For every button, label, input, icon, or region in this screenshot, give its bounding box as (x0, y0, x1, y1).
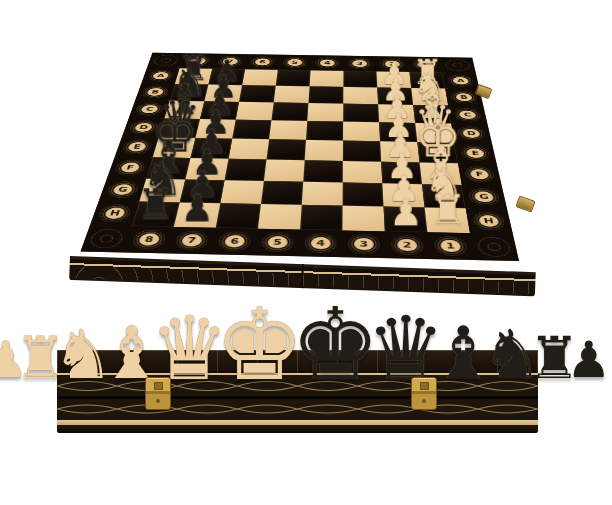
square-d4 (306, 121, 343, 141)
corner-ornament (160, 58, 171, 63)
square-h5 (258, 204, 302, 230)
square-b4 (308, 86, 343, 103)
square-f4 (303, 160, 343, 182)
coordinate-medallion: 2 (397, 239, 418, 252)
frame-medallion-3: 3 (343, 56, 376, 72)
coordinate-medallion: 6 (224, 235, 246, 248)
square-g5 (261, 181, 303, 205)
frame-medallion-7: 7 (167, 227, 215, 254)
coordinate-medallion: 7 (181, 234, 203, 247)
frame-medallion-5: 5 (255, 229, 301, 256)
coordinate-medallion: G (112, 184, 134, 195)
coordinate-medallion: 1 (440, 240, 462, 253)
corner-ornament (99, 234, 114, 242)
square-e3 (343, 141, 381, 162)
square-f5 (264, 160, 305, 182)
square-d6 (232, 120, 271, 140)
square-h4 (300, 205, 342, 231)
coordinate-medallion: H (478, 215, 500, 227)
square-c3 (343, 104, 379, 123)
frame-corner (470, 233, 519, 261)
frame-medallion-G: G (462, 185, 507, 209)
square-b3 (343, 87, 378, 104)
coordinate-medallion: A (452, 77, 469, 85)
square-d5 (269, 120, 307, 140)
square-e6 (228, 139, 269, 160)
open-board-scene: 87654321A♜♟♟♜AB♞♟♟♞BC♝♟♟♝CD♛♟♟♛DE♚♟♟♚EF♝… (0, 0, 612, 285)
square-e4 (305, 140, 343, 161)
square-a5 (276, 70, 311, 86)
coordinate-medallion: 6 (255, 58, 271, 65)
brass-hinge-lower (515, 195, 535, 212)
square-b6 (239, 85, 276, 102)
square-a6 (242, 69, 278, 85)
piece-black-rook: ♜ (136, 184, 174, 227)
chess-board: 87654321A♜♟♟♜AB♞♟♟♞BC♝♟♟♝CD♛♟♟♛DE♚♟♟♚EF♝… (81, 53, 519, 261)
brass-latch-right (411, 377, 437, 410)
square-e5 (267, 139, 306, 160)
frame-medallion-6: 6 (211, 228, 258, 255)
frame-medallion-4: 4 (311, 55, 344, 71)
coordinate-medallion: 5 (287, 59, 303, 66)
coordinate-medallion: H (104, 207, 127, 219)
coordinate-medallion: E (127, 142, 147, 152)
piece-lineup-row: ♟♜♞♝♛♚♚♛♝♞♜♟ (57, 284, 538, 375)
piece-white-pawn: ♟ (389, 194, 423, 231)
square-h1: ♜ (425, 207, 470, 233)
corner-ornament (452, 63, 463, 68)
frame-medallion-4: 4 (298, 230, 342, 258)
brass-latch-left (145, 377, 171, 410)
square-c6 (236, 102, 274, 120)
piece-white-rook: ♜ (428, 189, 467, 232)
box-bottom-edge (57, 425, 538, 433)
square-g3 (343, 183, 384, 207)
coordinate-medallion: B (455, 93, 472, 101)
coordinate-medallion: 4 (311, 237, 331, 250)
square-h8: ♜ (132, 202, 180, 227)
square-g6 (220, 180, 264, 204)
closed-box-scene: ♟♜♞♝♛♚♚♛♝♞♜♟ (57, 284, 538, 439)
coordinate-medallion: G (474, 191, 495, 202)
coordinate-medallion: 3 (354, 238, 374, 251)
coordinate-medallion: F (120, 162, 141, 172)
square-h7: ♟ (174, 202, 221, 227)
lineup-piece-black-pawn: ♟ (567, 335, 612, 385)
corner-ornament (487, 243, 502, 251)
chess-set-photo: { "game": "chess", "position": "rnbqkbnr… (0, 0, 612, 505)
coordinate-medallion: E (466, 148, 485, 158)
coordinate-medallion: F (470, 169, 490, 179)
coordinate-medallion: 3 (352, 60, 367, 67)
frame-medallion-5: 5 (278, 55, 312, 71)
frame-medallion-8: 8 (124, 226, 174, 253)
frame-medallion-3: 3 (342, 231, 386, 259)
piece-black-pawn: ♟ (180, 189, 213, 226)
coordinate-medallion: 4 (320, 59, 335, 66)
frame-medallion-H: H (466, 208, 513, 234)
square-h6 (216, 203, 261, 229)
square-b5 (274, 86, 310, 103)
coordinate-medallion: D (462, 129, 481, 138)
square-h2: ♟ (384, 207, 428, 233)
square-a3 (343, 71, 377, 88)
frame-medallion-6: 6 (245, 54, 280, 70)
square-f6 (225, 159, 267, 181)
coordinate-medallion: 8 (138, 233, 161, 246)
square-c5 (271, 103, 308, 121)
square-f3 (343, 161, 383, 183)
square-h3 (342, 206, 384, 232)
square-g4 (302, 182, 343, 206)
coordinate-medallion: 5 (267, 236, 288, 249)
square-d3 (343, 122, 380, 142)
square-a4 (310, 70, 344, 86)
frame-medallion-1: 1 (427, 232, 474, 260)
square-c4 (307, 103, 343, 122)
frame-medallion-2: 2 (385, 231, 431, 259)
